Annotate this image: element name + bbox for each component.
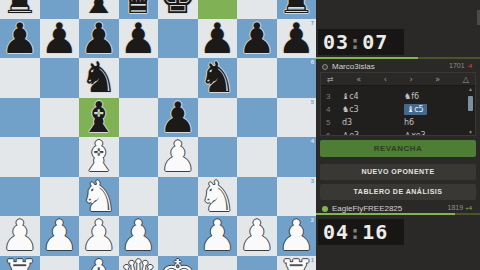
square-h6[interactable]: 6 [277,58,317,98]
opponent-rating-change: -4 [467,63,472,69]
move-number: 4 [326,103,342,116]
move-controls-toolbar: ⇄ « ‹ › » △ [321,73,475,86]
piece-black-pawn[interactable]: ♟ [0,19,40,59]
square-a7[interactable]: ♟ [0,19,40,59]
move-5-black[interactable]: h6 [404,116,466,129]
square-g2[interactable]: ♟ [237,216,277,256]
piece-black-knight[interactable]: ♞ [79,58,119,98]
last-move-icon[interactable]: » [435,73,440,86]
game-sidebar: 03:07 Marco3islas 1701-4 ⇄ « ‹ › » △ 2♞f… [316,0,480,270]
square-c4[interactable]: ♝ [79,137,119,177]
player-clock-min: 04 [323,220,349,244]
opponent-clock-min: 03 [323,30,349,54]
square-e2[interactable] [158,216,198,256]
piece-white-rook[interactable]: ♜ [0,256,40,270]
player-time-bar-fill [316,213,455,215]
move-list-viewport: 2♞f3♞c63♝c4♞f64♞c3♝c55d3h66♝e3♝xe3 ▲ ▼ [321,86,475,135]
opponent-row: Marco3islas 1701-4 [322,60,474,71]
options-triangle-icon[interactable]: △ [463,73,469,86]
piece-white-queen[interactable]: ♛ [119,256,159,270]
player-time-bar [316,213,480,215]
move-4-white[interactable]: ♞c3 [342,103,404,116]
square-a6[interactable] [0,58,40,98]
square-f4[interactable] [198,137,238,177]
square-a1[interactable]: ♜ [0,256,40,270]
piece-white-pawn[interactable]: ♟ [40,216,80,256]
square-d1[interactable]: ♛ [119,256,159,270]
opponent-time-bar-fill [316,57,418,59]
square-f5[interactable] [198,98,238,138]
rank-label-6: 6 [311,59,314,65]
move-4-black[interactable]: ♝c5 [404,103,466,116]
square-g4[interactable] [237,137,277,177]
rank-label-4: 4 [311,138,314,144]
square-e3[interactable] [158,177,198,217]
piece-black-pawn[interactable]: ♟ [119,19,159,59]
square-b1[interactable] [40,256,80,270]
square-e7[interactable] [158,19,198,59]
piece-white-pawn[interactable]: ♟ [158,137,198,177]
square-g6[interactable] [237,58,277,98]
square-b6[interactable] [40,58,80,98]
square-c6[interactable]: ♞ [79,58,119,98]
player-row: EagleFlyFREE2825 1819+4 [322,202,474,213]
scroll-up-icon[interactable]: ▲ [467,86,474,92]
square-e4[interactable]: ♟ [158,137,198,177]
board-viewport: ♜♝♛♚♜8♟♟♟♟♟♟♟7♞♞6♝♟5♝♟4♞♞3♟♟♟♟♟♟♟2♜♝♛♚♜1 [0,0,316,270]
square-b4[interactable] [40,137,80,177]
rank-label-7: 7 [311,20,314,26]
move-row-3: 3♝c4♞f6 [321,90,469,103]
piece-white-pawn[interactable]: ♟ [119,216,159,256]
rank-label-1: 1 [311,257,314,263]
square-c1[interactable]: ♝ [79,256,119,270]
square-h5[interactable]: 5 [277,98,317,138]
move-row-5: 5d3h6 [321,116,469,129]
square-a4[interactable] [0,137,40,177]
square-g5[interactable] [237,98,277,138]
move-list: 2♞f3♞c63♝c4♞f64♞c3♝c55d3h66♝e3♝xe3 [321,86,469,135]
square-d6[interactable] [119,58,159,98]
move-number: 5 [326,116,342,129]
chess-board[interactable]: ♜♝♛♚♜8♟♟♟♟♟♟♟7♞♞6♝♟5♝♟4♞♞3♟♟♟♟♟♟♟2♜♝♛♚♜1 [0,0,316,270]
player-clock-sec: 16 [362,220,388,244]
new-opponent-button[interactable]: NUEVO OPONENTE [320,164,476,180]
move-5-white[interactable]: d3 [342,116,404,129]
square-e1[interactable]: ♚ [158,256,198,270]
opponent-clock: 03:07 [318,29,404,55]
move-row-6: 6♝e3♝xe3 [321,129,469,135]
rank-label-3: 3 [311,178,314,184]
player-clock: 04:16 [318,219,404,245]
opponent-rating: 1701-4 [449,60,472,72]
piece-black-knight[interactable]: ♞ [198,58,238,98]
move-list-scrollbar[interactable]: ▲ ▼ [467,86,474,135]
square-a5[interactable] [0,98,40,138]
square-d2[interactable]: ♟ [119,216,159,256]
piece-white-pawn[interactable]: ♟ [198,216,238,256]
square-d5[interactable] [119,98,159,138]
square-g7[interactable]: ♟ [237,19,277,59]
move-number: 6 [326,129,342,135]
square-e8[interactable]: ♚ [158,0,198,19]
clock-colon: : [349,220,362,244]
square-h2[interactable]: ♟2 [277,216,317,256]
piece-white-pawn[interactable]: ♟ [237,216,277,256]
player-name[interactable]: EagleFlyFREE2825 [332,204,402,213]
rank-label-5: 5 [311,99,314,105]
square-b7[interactable]: ♟ [40,19,80,59]
move-6-black[interactable]: ♝xe3 [404,129,466,135]
piece-white-bishop[interactable]: ♝ [79,256,119,270]
first-move-icon[interactable]: « [356,73,361,86]
square-d4[interactable] [119,137,159,177]
rank-label-2: 2 [311,217,314,223]
move-3-black[interactable]: ♞f6 [404,90,466,103]
square-b5[interactable] [40,98,80,138]
square-f1[interactable] [198,256,238,270]
clock-colon: : [349,30,362,54]
move-3-white[interactable]: ♝c4 [342,90,404,103]
square-h7[interactable]: ♟7 [277,19,317,59]
square-f2[interactable]: ♟ [198,216,238,256]
selected-move[interactable]: ♝c5 [404,104,427,115]
square-h1[interactable]: ♜1 [277,256,317,270]
online-status-icon [322,206,328,212]
square-a2[interactable]: ♟ [0,216,40,256]
move-number: 3 [326,90,342,103]
square-g1[interactable] [237,256,277,270]
next-move-icon[interactable]: › [410,73,413,86]
app-screen: ♜♝♛♚♜8♟♟♟♟♟♟♟7♞♞6♝♟5♝♟4♞♞3♟♟♟♟♟♟♟2♜♝♛♚♜1… [0,0,480,270]
square-c2[interactable]: ♟ [79,216,119,256]
move-list-panel: ⇄ « ‹ › » △ 2♞f3♞c63♝c4♞f64♞c3♝c55d3h66♝… [320,72,476,136]
opponent-time-bar [316,57,480,59]
scrollbar-thumb[interactable] [468,96,473,111]
move-row-4: 4♞c3♝c5 [321,103,469,116]
piece-white-pawn[interactable]: ♟ [0,216,40,256]
analysis-board-button[interactable]: TABLERO DE ANÁLISIS [320,184,476,200]
piece-white-king[interactable]: ♚ [158,256,198,270]
square-d7[interactable]: ♟ [119,19,159,59]
piece-black-pawn[interactable]: ♟ [237,19,277,59]
piece-white-bishop[interactable]: ♝ [79,137,119,177]
square-b2[interactable]: ♟ [40,216,80,256]
piece-black-king[interactable]: ♚ [158,0,198,19]
previous-move-icon[interactable]: ‹ [384,73,387,86]
flip-board-icon[interactable]: ⇄ [327,73,334,86]
square-e6[interactable] [158,58,198,98]
opponent-clock-sec: 07 [362,30,388,54]
piece-black-pawn[interactable]: ♟ [40,19,80,59]
piece-white-pawn[interactable]: ♟ [79,216,119,256]
square-f6[interactable]: ♞ [198,58,238,98]
scroll-down-icon[interactable]: ▼ [467,129,474,135]
move-6-white[interactable]: ♝e3 [342,129,404,135]
rematch-button[interactable]: REVANCHA [320,140,476,157]
opponent-name[interactable]: Marco3islas [332,62,375,71]
offline-status-icon [322,64,328,70]
square-h4[interactable]: 4 [277,137,317,177]
player-rating-change: +4 [465,205,472,211]
